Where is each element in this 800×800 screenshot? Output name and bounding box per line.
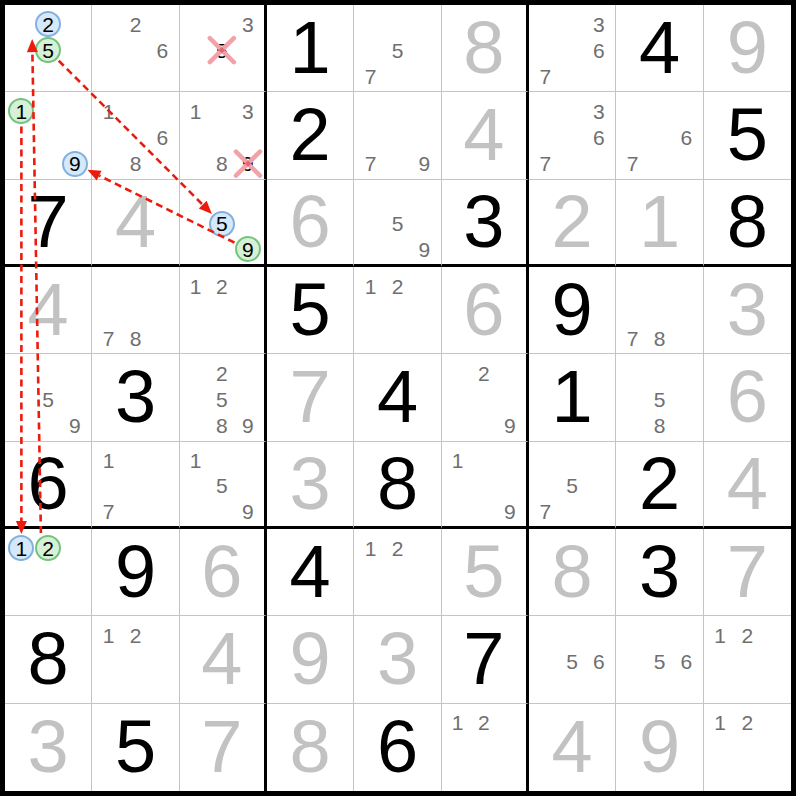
empty-candidate-slot [149, 11, 176, 37]
empty-candidate-slot [586, 499, 613, 524]
candidate-9: 9 [504, 415, 516, 436]
candidate-slot-9: 9 [62, 413, 89, 439]
empty-candidate-slot [8, 63, 35, 89]
cell-r8c6[interactable]: 7 [442, 616, 529, 703]
empty-candidate-slot [471, 473, 497, 498]
cell-r9c1[interactable]: 3 [5, 704, 92, 791]
candidate-2: 2 [478, 712, 490, 733]
cell-value-8: 8 [704, 180, 791, 264]
cell-value-9: 9 [616, 704, 702, 791]
candidate-1: 1 [190, 276, 202, 297]
candidate-1: 1 [103, 625, 115, 646]
candidate-slot-1: 1 [707, 622, 734, 648]
candidates-grid: 35 [180, 5, 264, 91]
cell-r4c4[interactable]: 5 [267, 267, 354, 354]
candidates-grid: 56 [529, 616, 615, 702]
cell-r8c3[interactable]: 4 [180, 616, 267, 703]
empty-candidate-slot [384, 11, 411, 37]
cell-r5c8[interactable]: 58 [616, 354, 703, 441]
empty-candidate-slot [183, 473, 209, 498]
cell-r4c3[interactable]: 12 [180, 267, 267, 354]
candidates-grid: 78 [616, 267, 702, 353]
cell-r1c7[interactable]: 367 [529, 5, 616, 92]
candidates-grid: 78 [92, 267, 178, 353]
cell-r2c3[interactable]: 1389 [180, 92, 267, 179]
empty-candidate-slot [471, 448, 497, 473]
empty-candidate-slot [149, 622, 176, 648]
empty-candidate-slot [471, 413, 497, 439]
cell-r8c8[interactable]: 56 [616, 616, 703, 703]
candidates-grid: 12 [354, 529, 440, 615]
candidate-slot-8: 8 [209, 151, 235, 177]
candidate-slot-2: 2 [122, 622, 149, 648]
empty-candidate-slot [619, 622, 646, 648]
cell-r9c7[interactable]: 4 [529, 704, 616, 791]
cell-r9c3[interactable]: 7 [180, 704, 267, 791]
candidate-slot-7: 7 [619, 325, 646, 351]
candidate-2: 2 [130, 625, 142, 646]
empty-candidate-slot [149, 473, 176, 498]
cell-r9c6[interactable]: 12 [442, 704, 529, 791]
empty-candidate-slot [209, 124, 235, 150]
candidate-5: 5 [654, 389, 666, 410]
cell-value-1: 1 [616, 180, 702, 264]
empty-candidate-slot [209, 448, 235, 473]
candidate-slot-7: 7 [357, 151, 384, 177]
candidate-slot-8: 8 [122, 325, 149, 351]
candidate-5: 5 [216, 475, 228, 496]
empty-candidate-slot [497, 710, 523, 736]
candidate-slot-6: 6 [586, 648, 613, 674]
candidate-6: 6 [680, 127, 692, 148]
cell-r5c6[interactable]: 29 [442, 354, 529, 441]
candidate-7: 7 [103, 328, 115, 349]
cell-r5c4[interactable]: 7 [267, 354, 354, 441]
empty-candidate-slot [183, 11, 209, 37]
cell-r1c6[interactable]: 8 [442, 5, 529, 92]
empty-candidate-slot [149, 448, 176, 473]
cell-value-3: 3 [267, 442, 353, 526]
cell-r5c2[interactable]: 3 [92, 354, 179, 441]
empty-candidate-slot [183, 499, 209, 524]
empty-candidate-slot [8, 360, 35, 386]
candidate-slot-5: 5 [209, 386, 235, 412]
empty-candidate-slot [673, 622, 700, 648]
cell-value-9: 9 [92, 529, 178, 615]
candidates-grid: 1389 [180, 92, 264, 178]
empty-candidate-slot [384, 237, 411, 262]
cell-r3c2[interactable]: 4 [92, 180, 179, 267]
candidates-grid: 367 [529, 5, 615, 91]
empty-candidate-slot [619, 386, 646, 412]
cell-r2c8[interactable]: 67 [616, 92, 703, 179]
empty-candidate-slot [149, 151, 176, 177]
cell-value-9: 9 [529, 267, 615, 353]
empty-candidate-slot [384, 98, 411, 124]
cell-r6c2[interactable]: 17 [92, 442, 179, 529]
candidate-2: 2 [741, 712, 753, 733]
candidate-slot-5: 5 [209, 473, 235, 498]
cell-r4c1[interactable]: 4 [5, 267, 92, 354]
cell-r1c2[interactable]: 26 [92, 5, 179, 92]
empty-candidate-slot [559, 151, 586, 177]
cell-r9c8[interactable]: 9 [616, 704, 703, 791]
cell-r4c9[interactable]: 3 [704, 267, 791, 354]
candidate-slot-2: 2 [209, 360, 235, 386]
cell-r1c1[interactable]: 25 [5, 5, 92, 92]
empty-candidate-slot [384, 587, 411, 613]
empty-candidate-slot [122, 273, 149, 299]
empty-candidate-slot [646, 151, 673, 177]
cell-r3c3[interactable]: 59 [180, 180, 267, 267]
empty-candidate-slot [35, 151, 62, 177]
candidate-5: 5 [216, 213, 228, 234]
cell-r3c5[interactable]: 59 [354, 180, 441, 267]
empty-candidate-slot [183, 413, 209, 439]
cell-r1c5[interactable]: 57 [354, 5, 441, 92]
candidate-slot-9: 9 [497, 499, 523, 524]
candidate-slot-1: 1 [95, 448, 122, 473]
candidates-grid: 168 [92, 92, 178, 178]
cell-value-8: 8 [354, 442, 440, 526]
cell-r5c1[interactable]: 59 [5, 354, 92, 441]
empty-candidate-slot [673, 98, 700, 124]
empty-candidate-slot [559, 499, 586, 524]
cell-r3c4[interactable]: 6 [267, 180, 354, 267]
empty-candidate-slot [586, 448, 613, 473]
cell-r9c5[interactable]: 6 [354, 704, 441, 791]
empty-candidate-slot [559, 675, 586, 701]
candidate-9: 9 [69, 153, 81, 174]
candidate-9: 9 [418, 239, 430, 260]
cell-r6c3[interactable]: 159 [180, 442, 267, 529]
empty-candidate-slot [734, 648, 761, 674]
cell-r2c5[interactable]: 79 [354, 92, 441, 179]
empty-candidate-slot [761, 763, 788, 789]
candidate-slot-8: 8 [122, 151, 149, 177]
empty-candidate-slot [445, 413, 471, 439]
empty-candidate-slot [619, 648, 646, 674]
cell-value-5: 5 [267, 267, 353, 353]
empty-candidate-slot [673, 325, 700, 351]
cell-value-6: 6 [180, 529, 264, 615]
empty-candidate-slot [411, 561, 438, 587]
candidates-grid: 57 [354, 5, 440, 91]
candidate-slot-2: 2 [384, 273, 411, 299]
empty-candidate-slot [559, 124, 586, 150]
cell-r9c9[interactable]: 12 [704, 704, 791, 791]
empty-candidate-slot [183, 186, 209, 211]
empty-candidate-slot [209, 186, 235, 211]
empty-candidate-slot [62, 63, 89, 89]
cell-r8c1[interactable]: 8 [5, 616, 92, 703]
cell-r7c8[interactable]: 3 [616, 529, 703, 616]
cell-r6c4[interactable]: 3 [267, 442, 354, 529]
candidate-slot-9: 9 [411, 237, 438, 262]
cell-r9c4[interactable]: 8 [267, 704, 354, 791]
cell-r3c9[interactable]: 8 [704, 180, 791, 267]
empty-candidate-slot [122, 675, 149, 701]
empty-candidate-slot [209, 325, 235, 351]
empty-candidate-slot [497, 386, 523, 412]
empty-candidate-slot [411, 11, 438, 37]
cell-r8c7[interactable]: 56 [529, 616, 616, 703]
candidates-grid: 12 [442, 704, 526, 791]
candidates-grid: 59 [354, 180, 440, 264]
cell-r1c9[interactable]: 9 [704, 5, 791, 92]
empty-candidate-slot [707, 763, 734, 789]
empty-candidate-slot [559, 622, 586, 648]
candidate-5: 5 [392, 213, 404, 234]
empty-candidate-slot [384, 151, 411, 177]
cell-r7c5[interactable]: 12 [354, 529, 441, 616]
cell-r9c2[interactable]: 5 [92, 704, 179, 791]
empty-candidate-slot [62, 124, 89, 150]
candidate-7: 7 [540, 66, 552, 87]
candidate-1: 1 [103, 450, 115, 471]
cell-r7c4[interactable]: 4 [267, 529, 354, 616]
cell-r7c6[interactable]: 5 [442, 529, 529, 616]
empty-candidate-slot [8, 11, 35, 37]
empty-candidate-slot [384, 561, 411, 587]
cell-r4c2[interactable]: 78 [92, 267, 179, 354]
cell-value-4: 4 [704, 442, 791, 526]
candidate-1: 1 [16, 538, 28, 559]
candidate-slot-5: 5 [384, 211, 411, 236]
empty-candidate-slot [532, 448, 559, 473]
cell-r2c9[interactable]: 5 [704, 92, 791, 179]
candidate-slot-3: 3 [586, 11, 613, 37]
empty-candidate-slot [734, 736, 761, 762]
candidates-grid: 79 [354, 92, 440, 178]
cell-value-4: 4 [354, 354, 440, 440]
cell-r8c5[interactable]: 3 [354, 616, 441, 703]
cell-r7c1[interactable]: 12 [5, 529, 92, 616]
cell-value-3: 3 [442, 180, 526, 264]
cell-value-6: 6 [5, 442, 91, 526]
empty-candidate-slot [707, 675, 734, 701]
empty-candidate-slot [445, 763, 471, 789]
empty-candidate-slot [673, 413, 700, 439]
candidate-slot-2: 2 [471, 360, 497, 386]
candidate-2: 2 [130, 14, 142, 35]
candidate-slot-6: 6 [586, 37, 613, 63]
candidate-9: 9 [69, 415, 81, 436]
candidate-6: 6 [156, 127, 168, 148]
cell-value-7: 7 [267, 354, 353, 440]
cell-r2c6[interactable]: 4 [442, 92, 529, 179]
candidates-grid: 59 [5, 354, 91, 440]
candidate-slot-2: 2 [384, 535, 411, 561]
candidate-slot-7: 7 [95, 499, 122, 524]
empty-candidate-slot [411, 273, 438, 299]
cell-r6c9[interactable]: 4 [704, 442, 791, 529]
cell-r4c7[interactable]: 9 [529, 267, 616, 354]
empty-candidate-slot [8, 124, 35, 150]
empty-candidate-slot [235, 124, 261, 150]
empty-candidate-slot [532, 675, 559, 701]
cell-value-3: 3 [5, 704, 91, 791]
candidate-6: 6 [593, 40, 605, 61]
empty-candidate-slot [357, 325, 384, 351]
cell-r3c6[interactable]: 3 [442, 180, 529, 267]
cell-r5c7[interactable]: 1 [529, 354, 616, 441]
candidate-9: 9 [504, 501, 516, 522]
cell-value-6: 6 [267, 180, 353, 264]
cell-r6c6[interactable]: 19 [442, 442, 529, 529]
empty-candidate-slot [357, 587, 384, 613]
candidate-1: 1 [714, 625, 726, 646]
candidate-1: 1 [452, 450, 464, 471]
candidate-slot-1: 1 [95, 622, 122, 648]
candidate-6: 6 [593, 127, 605, 148]
candidate-slot-2: 2 [734, 622, 761, 648]
candidate-1: 1 [190, 101, 202, 122]
empty-candidate-slot [357, 237, 384, 262]
empty-candidate-slot [149, 675, 176, 701]
empty-candidate-slot [235, 325, 261, 351]
candidates-grid: 12 [354, 267, 440, 353]
empty-candidate-slot [357, 561, 384, 587]
cell-value-4: 4 [267, 529, 353, 615]
candidate-slot-5: 5 [209, 211, 235, 236]
cell-r2c2[interactable]: 168 [92, 92, 179, 179]
cell-r8c2[interactable]: 12 [92, 616, 179, 703]
candidate-slot-9: 9 [235, 413, 261, 439]
cell-value-8: 8 [529, 529, 615, 615]
cell-r8c9[interactable]: 12 [704, 616, 791, 703]
cell-value-7: 7 [442, 616, 526, 702]
empty-candidate-slot [497, 736, 523, 762]
candidate-3: 3 [593, 14, 605, 35]
empty-candidate-slot [761, 648, 788, 674]
cell-r3c8[interactable]: 1 [616, 180, 703, 267]
cell-r6c1[interactable]: 6 [5, 442, 92, 529]
empty-candidate-slot [209, 499, 235, 524]
candidates-grid: 159 [180, 442, 264, 526]
empty-candidate-slot [62, 535, 89, 561]
candidate-slot-1: 1 [357, 535, 384, 561]
cell-value-3: 3 [616, 529, 702, 615]
cell-r7c9[interactable]: 7 [704, 529, 791, 616]
empty-candidate-slot [8, 561, 35, 587]
candidate-2: 2 [392, 538, 404, 559]
candidate-slot-1: 1 [445, 710, 471, 736]
sudoku-board: 2526351578367491916813892794367675745965… [0, 0, 796, 796]
empty-candidate-slot [445, 473, 471, 498]
empty-candidate-slot [183, 211, 209, 236]
empty-candidate-slot [532, 473, 559, 498]
candidate-slot-5: 5 [646, 648, 673, 674]
empty-candidate-slot [235, 37, 261, 63]
candidate-slot-2: 2 [734, 710, 761, 736]
empty-candidate-slot [411, 124, 438, 150]
empty-candidate-slot [559, 98, 586, 124]
candidate-7: 7 [627, 153, 639, 174]
candidate-8: 8 [654, 328, 666, 349]
empty-candidate-slot [619, 299, 646, 325]
cell-r5c3[interactable]: 2589 [180, 354, 267, 441]
candidate-slot-7: 7 [532, 63, 559, 89]
candidate-slot-1: 1 [8, 98, 35, 124]
cell-r2c1[interactable]: 19 [5, 92, 92, 179]
candidate-slot-1: 1 [183, 98, 209, 124]
empty-candidate-slot [559, 11, 586, 37]
cell-r3c7[interactable]: 2 [529, 180, 616, 267]
empty-candidate-slot [497, 448, 523, 473]
empty-candidate-slot [183, 124, 209, 150]
cell-r5c9[interactable]: 6 [704, 354, 791, 441]
cell-r8c4[interactable]: 9 [267, 616, 354, 703]
cell-r7c2[interactable]: 9 [92, 529, 179, 616]
candidate-slot-9: 9 [411, 151, 438, 177]
cell-r1c4[interactable]: 1 [267, 5, 354, 92]
empty-candidate-slot [183, 360, 209, 386]
empty-candidate-slot [95, 37, 122, 63]
cell-r3c1[interactable]: 7 [5, 180, 92, 267]
candidate-1: 1 [365, 538, 377, 559]
candidates-grid: 12 [704, 704, 791, 791]
candidate-5: 5 [216, 389, 228, 410]
cell-value-7: 7 [704, 529, 791, 615]
candidate-slot-6: 6 [149, 37, 176, 63]
candidate-slot-1: 1 [707, 710, 734, 736]
empty-candidate-slot [384, 124, 411, 150]
empty-candidate-slot [235, 211, 261, 236]
cell-r6c5[interactable]: 8 [354, 442, 441, 529]
candidate-slot-9: 9 [497, 413, 523, 439]
cell-r5c5[interactable]: 4 [354, 354, 441, 441]
cell-r6c8[interactable]: 2 [616, 442, 703, 529]
empty-candidate-slot [8, 413, 35, 439]
cell-r1c3[interactable]: 35 [180, 5, 267, 92]
cell-r2c4[interactable]: 2 [267, 92, 354, 179]
empty-candidate-slot [734, 763, 761, 789]
candidate-6: 6 [593, 651, 605, 672]
empty-candidate-slot [619, 124, 646, 150]
empty-candidate-slot [673, 273, 700, 299]
cell-value-8: 8 [267, 704, 353, 791]
empty-candidate-slot [122, 499, 149, 524]
cell-r1c8[interactable]: 4 [616, 5, 703, 92]
candidates-grid: 19 [5, 92, 91, 178]
empty-candidate-slot [183, 151, 209, 177]
empty-candidate-slot [357, 98, 384, 124]
cell-r4c8[interactable]: 78 [616, 267, 703, 354]
candidate-3: 3 [593, 101, 605, 122]
candidate-7: 7 [627, 328, 639, 349]
cell-r7c3[interactable]: 6 [180, 529, 267, 616]
candidate-2: 2 [741, 625, 753, 646]
candidate-2: 2 [216, 363, 228, 384]
cell-r2c7[interactable]: 367 [529, 92, 616, 179]
empty-candidate-slot [35, 587, 62, 613]
empty-candidate-slot [532, 11, 559, 37]
candidate-5: 5 [216, 40, 228, 61]
cell-r7c7[interactable]: 8 [529, 529, 616, 616]
candidate-2: 2 [42, 14, 54, 35]
cell-r4c6[interactable]: 6 [442, 267, 529, 354]
candidate-slot-8: 8 [646, 413, 673, 439]
cell-r6c7[interactable]: 57 [529, 442, 616, 529]
candidate-5: 5 [42, 40, 54, 61]
candidate-7: 7 [103, 501, 115, 522]
candidates-grid: 26 [92, 5, 178, 91]
empty-candidate-slot [235, 448, 261, 473]
cell-r4c5[interactable]: 12 [354, 267, 441, 354]
empty-candidate-slot [122, 299, 149, 325]
empty-candidate-slot [122, 124, 149, 150]
